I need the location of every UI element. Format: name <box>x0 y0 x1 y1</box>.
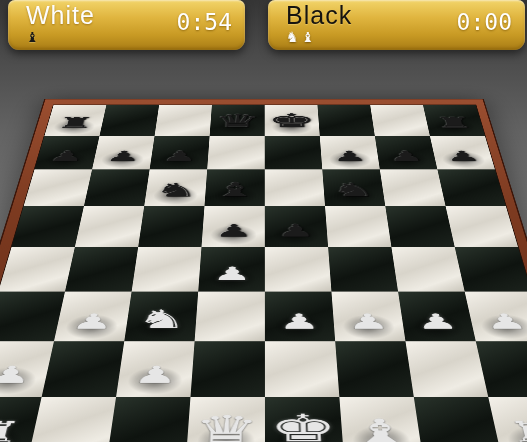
square-g2[interactable] <box>405 341 488 397</box>
square-f4[interactable] <box>328 247 398 292</box>
square-c8[interactable] <box>154 105 211 136</box>
white-pawn-a2[interactable]: ♟ <box>0 363 49 386</box>
white-pawn-d4[interactable]: ♟ <box>198 265 264 284</box>
black-captured-tray: ♞♝ <box>286 28 314 46</box>
square-e4[interactable] <box>264 247 331 292</box>
square-d2[interactable] <box>190 341 264 397</box>
white-pawn-c2[interactable]: ♟ <box>117 363 192 386</box>
square-b8[interactable] <box>99 105 159 136</box>
square-e3[interactable]: ♟ <box>264 292 334 342</box>
square-b2[interactable] <box>41 341 124 397</box>
square-b4[interactable] <box>64 247 137 292</box>
square-d7[interactable] <box>207 136 265 170</box>
black-bishop-d6[interactable]: ♝ <box>204 180 264 199</box>
square-d5[interactable]: ♟ <box>201 206 264 247</box>
square-c7[interactable]: ♟ <box>149 136 209 170</box>
square-c2[interactable]: ♟ <box>116 341 195 397</box>
black-king-e8[interactable]: ♚ <box>264 111 319 130</box>
square-c4[interactable] <box>131 247 201 292</box>
square-g6[interactable] <box>379 169 445 206</box>
black-pawn-a7[interactable]: ♟ <box>36 149 96 163</box>
square-b7[interactable]: ♟ <box>92 136 155 170</box>
square-a8[interactable]: ♜ <box>44 105 106 136</box>
captured-white-bishop-icon: ♝ <box>302 28 315 46</box>
black-knight-f6[interactable]: ♞ <box>323 181 384 200</box>
square-a4[interactable] <box>0 247 74 292</box>
square-h5[interactable] <box>445 206 517 247</box>
square-b1[interactable] <box>27 397 115 442</box>
square-h8[interactable]: ♜ <box>422 105 484 136</box>
white-pawn-b3[interactable]: ♟ <box>55 311 128 332</box>
board-squares: ♜♛♚♜♟♟♟♟♟♟♞♝♞♟♟♟♟♞♟♟♟♟♟♟♜♛♚♝♜ <box>0 105 527 442</box>
square-f8[interactable] <box>317 105 374 136</box>
white-player-name: White <box>26 1 95 30</box>
black-rook-h8[interactable]: ♜ <box>425 115 483 130</box>
black-pawn-h7[interactable]: ♟ <box>432 149 492 163</box>
square-a6[interactable] <box>23 169 91 206</box>
square-f1[interactable]: ♝ <box>339 397 423 442</box>
white-player-bar: White 0:54 ♝ <box>8 0 245 50</box>
square-g3[interactable]: ♟ <box>398 292 476 342</box>
square-h6[interactable] <box>437 169 506 206</box>
square-e5[interactable]: ♟ <box>264 206 327 247</box>
captured-white-knight-icon: ♞ <box>286 28 299 46</box>
square-a5[interactable] <box>11 206 83 247</box>
square-f7[interactable]: ♟ <box>319 136 379 170</box>
black-pawn-f7[interactable]: ♟ <box>320 149 378 163</box>
black-pawn-b7[interactable]: ♟ <box>93 149 152 163</box>
square-g5[interactable] <box>385 206 454 247</box>
square-g7[interactable]: ♟ <box>374 136 437 170</box>
square-d3[interactable] <box>194 292 264 342</box>
square-e8[interactable]: ♚ <box>264 105 319 136</box>
square-g8[interactable] <box>370 105 430 136</box>
app-screen: ♜♛♚♜♟♟♟♟♟♟♞♝♞♟♟♟♟♞♟♟♟♟♟♟♜♛♚♝♜ White 0:54… <box>0 0 527 442</box>
black-pawn-c7[interactable]: ♟ <box>150 149 208 163</box>
black-player-name: Black <box>286 1 352 30</box>
square-d4[interactable]: ♟ <box>198 247 265 292</box>
square-h3[interactable]: ♟ <box>464 292 527 342</box>
square-h4[interactable] <box>454 247 527 292</box>
white-rook-h1[interactable]: ♜ <box>492 418 527 442</box>
white-rook-a1[interactable]: ♜ <box>0 418 37 442</box>
black-player-bar: Black 0:00 ♞♝ <box>268 0 525 50</box>
black-pawn-e5[interactable]: ♟ <box>264 222 327 239</box>
square-e7[interactable] <box>264 136 322 170</box>
square-e6[interactable] <box>264 169 324 206</box>
black-queen-d8[interactable]: ♛ <box>210 112 265 130</box>
square-g1[interactable] <box>413 397 501 442</box>
square-a7[interactable]: ♟ <box>34 136 99 170</box>
square-e2[interactable] <box>264 341 338 397</box>
square-c1[interactable] <box>106 397 190 442</box>
white-queen-d1[interactable]: ♛ <box>186 411 264 442</box>
square-f3[interactable]: ♟ <box>331 292 405 342</box>
square-b5[interactable] <box>74 206 143 247</box>
white-pawn-f3[interactable]: ♟ <box>332 311 403 332</box>
square-d6[interactable]: ♝ <box>204 169 264 206</box>
board-perspective-wrapper: ♜♛♚♜♟♟♟♟♟♟♞♝♞♟♟♟♟♞♟♟♟♟♟♟♜♛♚♝♜ <box>0 0 527 442</box>
square-f2[interactable] <box>335 341 414 397</box>
black-clock: 0:00 <box>457 9 512 35</box>
square-c6[interactable]: ♞ <box>144 169 207 206</box>
white-knight-c3[interactable]: ♞ <box>125 307 196 332</box>
square-f6[interactable]: ♞ <box>322 169 385 206</box>
square-d1[interactable]: ♛ <box>185 397 264 442</box>
white-bishop-f1[interactable]: ♝ <box>340 415 421 442</box>
black-rook-a8[interactable]: ♜ <box>46 115 104 130</box>
square-h7[interactable]: ♟ <box>429 136 494 170</box>
square-c3[interactable]: ♞ <box>124 292 198 342</box>
chess-board: ♜♛♚♜♟♟♟♟♟♟♞♝♞♟♟♟♟♞♟♟♟♟♟♟♜♛♚♝♜ <box>0 99 527 442</box>
square-e1[interactable]: ♚ <box>264 397 343 442</box>
square-b6[interactable] <box>83 169 149 206</box>
square-g4[interactable] <box>391 247 464 292</box>
white-pawn-e3[interactable]: ♟ <box>264 311 334 332</box>
white-pawn-h3[interactable]: ♟ <box>469 311 527 332</box>
black-knight-c6[interactable]: ♞ <box>145 181 206 200</box>
white-clock: 0:54 <box>177 9 232 35</box>
captured-black-bishop-icon: ♝ <box>26 28 39 46</box>
square-c5[interactable] <box>138 206 204 247</box>
black-pawn-d5[interactable]: ♟ <box>202 222 265 239</box>
square-b3[interactable]: ♟ <box>53 292 131 342</box>
white-captured-tray: ♝ <box>26 28 39 46</box>
square-f5[interactable] <box>325 206 391 247</box>
square-d8[interactable]: ♛ <box>209 105 264 136</box>
white-pawn-g3[interactable]: ♟ <box>401 311 474 332</box>
white-king-e1[interactable]: ♚ <box>264 410 342 442</box>
black-pawn-g7[interactable]: ♟ <box>376 149 435 163</box>
